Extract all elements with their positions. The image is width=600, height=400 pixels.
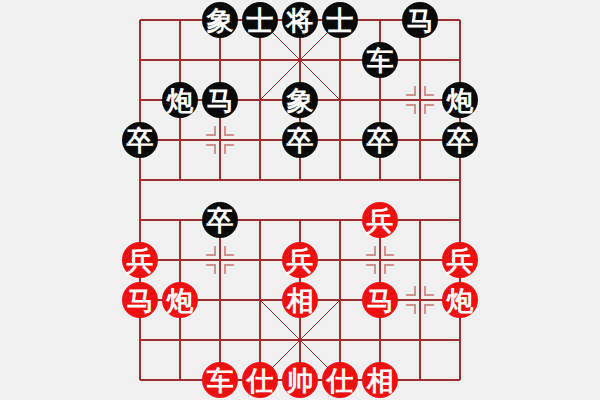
board-intersection: 兵 [120, 240, 160, 280]
piece-black-soldier[interactable]: 卒 [282, 122, 318, 158]
board-intersection: 士 [320, 0, 360, 40]
piece-black-advisor[interactable]: 士 [242, 2, 278, 38]
board-intersection: 相 [360, 360, 400, 400]
board-intersection: 兵 [440, 240, 480, 280]
piece-red-cannon[interactable]: 炮 [162, 282, 198, 318]
board-intersection: 帅 [280, 360, 320, 400]
board-intersection: 相 [280, 280, 320, 320]
piece-red-chariot[interactable]: 车 [202, 362, 238, 398]
piece-black-cannon[interactable]: 炮 [442, 82, 478, 118]
piece-black-cannon[interactable]: 炮 [162, 82, 198, 118]
piece-red-soldier[interactable]: 兵 [442, 242, 478, 278]
piece-black-elephant[interactable]: 象 [202, 2, 238, 38]
piece-red-cannon[interactable]: 炮 [442, 282, 478, 318]
board-intersection: 车 [200, 360, 240, 400]
board-intersection: 马 [360, 280, 400, 320]
board-intersection: 仕 [240, 360, 280, 400]
piece-red-soldier[interactable]: 兵 [362, 202, 398, 238]
piece-black-general[interactable]: 将 [282, 2, 318, 38]
piece-black-horse[interactable]: 马 [402, 2, 438, 38]
piece-red-soldier[interactable]: 兵 [122, 242, 158, 278]
board-intersection: 象 [280, 80, 320, 120]
board-intersection: 卒 [360, 120, 400, 160]
board-intersection: 马 [200, 80, 240, 120]
board-intersection: 卒 [120, 120, 160, 160]
piece-red-elephant[interactable]: 相 [282, 282, 318, 318]
piece-black-advisor[interactable]: 士 [322, 2, 358, 38]
piece-black-soldier[interactable]: 卒 [202, 202, 238, 238]
board-intersection: 卒 [200, 200, 240, 240]
piece-black-elephant[interactable]: 象 [282, 82, 318, 118]
board-intersection: 象 [200, 0, 240, 40]
xiangqi-board: 象士将士马车炮马象炮卒卒卒卒卒兵兵兵兵马炮相马炮车仕帅仕相 [120, 0, 480, 400]
piece-red-advisor[interactable]: 仕 [242, 362, 278, 398]
board-intersection: 马 [400, 0, 440, 40]
piece-black-soldier[interactable]: 卒 [362, 122, 398, 158]
board-intersection: 马 [120, 280, 160, 320]
piece-red-elephant[interactable]: 相 [362, 362, 398, 398]
piece-red-soldier[interactable]: 兵 [282, 242, 318, 278]
piece-red-horse[interactable]: 马 [122, 282, 158, 318]
board-intersection: 炮 [440, 280, 480, 320]
piece-black-chariot[interactable]: 车 [362, 42, 398, 78]
piece-black-soldier[interactable]: 卒 [442, 122, 478, 158]
board-intersection: 炮 [440, 80, 480, 120]
board-intersection: 炮 [160, 280, 200, 320]
board-intersection: 士 [240, 0, 280, 40]
board-intersection: 仕 [320, 360, 360, 400]
piece-red-advisor[interactable]: 仕 [322, 362, 358, 398]
board-intersection: 兵 [360, 200, 400, 240]
piece-black-soldier[interactable]: 卒 [122, 122, 158, 158]
xiangqi-app: 象士将士马车炮马象炮卒卒卒卒卒兵兵兵兵马炮相马炮车仕帅仕相 [0, 0, 600, 400]
board-intersection: 炮 [160, 80, 200, 120]
piece-red-horse[interactable]: 马 [362, 282, 398, 318]
board-intersection: 车 [360, 40, 400, 80]
board-intersection: 兵 [280, 240, 320, 280]
piece-red-general[interactable]: 帅 [282, 362, 318, 398]
board-intersection: 将 [280, 0, 320, 40]
piece-black-horse[interactable]: 马 [202, 82, 238, 118]
board-intersection: 卒 [440, 120, 480, 160]
board-intersection: 卒 [280, 120, 320, 160]
